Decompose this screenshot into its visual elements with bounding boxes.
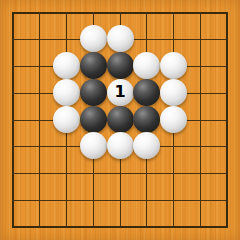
- grid-line-vertical: [200, 12, 201, 227]
- white-stone: [160, 106, 187, 133]
- black-stone: [133, 79, 160, 106]
- black-stone: [80, 52, 107, 79]
- white-stone: [80, 132, 107, 159]
- white-stone: [107, 132, 134, 159]
- go-board[interactable]: 1: [0, 0, 240, 240]
- white-stone: [160, 79, 187, 106]
- black-stone: [80, 106, 107, 133]
- white-stone: [53, 106, 80, 133]
- grid-line-horizontal: [12, 173, 227, 174]
- white-stone: [107, 25, 134, 52]
- black-stone: [80, 79, 107, 106]
- white-stone-move-1: 1: [107, 79, 134, 106]
- move-number-label: 1: [107, 79, 134, 106]
- white-stone: [160, 52, 187, 79]
- white-stone: [133, 132, 160, 159]
- black-stone: [133, 106, 160, 133]
- black-stone: [107, 106, 134, 133]
- grid-line-vertical: [226, 12, 228, 227]
- white-stone: [133, 52, 160, 79]
- grid-line-horizontal: [12, 200, 227, 201]
- white-stone: [53, 79, 80, 106]
- white-stone: [53, 52, 80, 79]
- grid-line-horizontal: [12, 226, 227, 228]
- black-stone: [107, 52, 134, 79]
- white-stone: [80, 25, 107, 52]
